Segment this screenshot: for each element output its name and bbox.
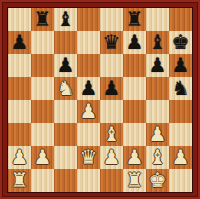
white-pawn-b2: ♟ — [34, 146, 52, 169]
square-g6[interactable]: ♟ — [146, 54, 169, 77]
square-c3[interactable] — [54, 123, 77, 146]
square-e8[interactable] — [100, 8, 123, 31]
square-c2[interactable] — [54, 146, 77, 169]
square-g8[interactable] — [146, 8, 169, 31]
square-a1[interactable]: ♜ — [8, 169, 31, 192]
white-pawn-d4: ♟ — [80, 100, 98, 123]
white-rook-f1: ♜ — [126, 169, 144, 192]
square-f1[interactable]: ♜ — [123, 169, 146, 192]
square-c5[interactable]: ♞ — [54, 77, 77, 100]
square-d4[interactable]: ♟ — [77, 100, 100, 123]
square-h4[interactable] — [169, 100, 192, 123]
square-a8[interactable] — [8, 8, 31, 31]
square-b8[interactable]: ♜ — [31, 8, 54, 31]
square-h2[interactable]: ♟ — [169, 146, 192, 169]
square-b6[interactable] — [31, 54, 54, 77]
square-g3[interactable]: ♟ — [146, 123, 169, 146]
white-pawn-f2: ♟ — [126, 146, 144, 169]
square-b5[interactable] — [31, 77, 54, 100]
square-g7[interactable]: ♝ — [146, 31, 169, 54]
square-a3[interactable] — [8, 123, 31, 146]
square-b2[interactable]: ♟ — [31, 146, 54, 169]
square-d7[interactable] — [77, 31, 100, 54]
square-e3[interactable]: ♝ — [100, 123, 123, 146]
white-pawn-h2: ♟ — [172, 146, 190, 169]
square-c7[interactable] — [54, 31, 77, 54]
black-king-h7: ♚ — [172, 31, 190, 54]
black-knight-h5: ♞ — [172, 77, 190, 100]
square-a2[interactable]: ♟ — [8, 146, 31, 169]
black-pawn-e5: ♟ — [103, 77, 121, 100]
square-e5[interactable]: ♟ — [100, 77, 123, 100]
square-e2[interactable]: ♟ — [100, 146, 123, 169]
square-h7[interactable]: ♚ — [169, 31, 192, 54]
square-h6[interactable]: ♟ — [169, 54, 192, 77]
square-f6[interactable] — [123, 54, 146, 77]
black-bishop-c8: ♝ — [57, 8, 75, 31]
square-c6[interactable]: ♟ — [54, 54, 77, 77]
square-f2[interactable]: ♟ — [123, 146, 146, 169]
square-e1[interactable] — [100, 169, 123, 192]
square-d1[interactable] — [77, 169, 100, 192]
square-a7[interactable]: ♟ — [8, 31, 31, 54]
chess-board: ♜♝♜♟♛♟♝♚♟♟♟♞♟♟♞♟♝♟♟♟♛♟♟♝♟♜♜♚ — [7, 7, 193, 193]
black-bishop-g7: ♝ — [149, 31, 167, 54]
black-pawn-f7: ♟ — [126, 31, 144, 54]
square-c4[interactable] — [54, 100, 77, 123]
black-rook-f8: ♜ — [126, 8, 144, 31]
black-pawn-h6: ♟ — [172, 54, 190, 77]
square-f7[interactable]: ♟ — [123, 31, 146, 54]
square-a5[interactable] — [8, 77, 31, 100]
square-h1[interactable] — [169, 169, 192, 192]
square-b7[interactable] — [31, 31, 54, 54]
black-rook-b8: ♜ — [34, 8, 52, 31]
white-pawn-g3: ♟ — [149, 123, 167, 146]
square-c1[interactable] — [54, 169, 77, 192]
square-b1[interactable] — [31, 169, 54, 192]
square-d6[interactable] — [77, 54, 100, 77]
square-g2[interactable]: ♝ — [146, 146, 169, 169]
square-h5[interactable]: ♞ — [169, 77, 192, 100]
black-queen-e7: ♛ — [103, 31, 121, 54]
white-rook-a1: ♜ — [11, 169, 29, 192]
square-d3[interactable] — [77, 123, 100, 146]
black-pawn-a7: ♟ — [11, 31, 29, 54]
square-b3[interactable] — [31, 123, 54, 146]
square-f8[interactable]: ♜ — [123, 8, 146, 31]
square-g4[interactable] — [146, 100, 169, 123]
square-g1[interactable]: ♚ — [146, 169, 169, 192]
black-pawn-g6: ♟ — [149, 54, 167, 77]
square-d2[interactable]: ♛ — [77, 146, 100, 169]
square-e6[interactable] — [100, 54, 123, 77]
square-d8[interactable] — [77, 8, 100, 31]
square-e7[interactable]: ♛ — [100, 31, 123, 54]
square-d5[interactable]: ♟ — [77, 77, 100, 100]
square-h3[interactable] — [169, 123, 192, 146]
square-f5[interactable] — [123, 77, 146, 100]
square-g5[interactable] — [146, 77, 169, 100]
square-c8[interactable]: ♝ — [54, 8, 77, 31]
black-pawn-c6: ♟ — [57, 54, 75, 77]
square-h8[interactable] — [169, 8, 192, 31]
white-pawn-e2: ♟ — [103, 146, 121, 169]
square-e4[interactable] — [100, 100, 123, 123]
white-pawn-a2: ♟ — [11, 146, 29, 169]
white-bishop-e3: ♝ — [103, 123, 121, 146]
square-a4[interactable] — [8, 100, 31, 123]
white-queen-d2: ♛ — [80, 146, 98, 169]
square-b4[interactable] — [31, 100, 54, 123]
white-king-g1: ♚ — [149, 169, 167, 192]
square-f4[interactable] — [123, 100, 146, 123]
board-frame: ♜♝♜♟♛♟♝♚♟♟♟♞♟♟♞♟♝♟♟♟♛♟♟♝♟♜♜♚ — [0, 0, 200, 199]
square-f3[interactable] — [123, 123, 146, 146]
black-pawn-d5: ♟ — [80, 77, 98, 100]
white-bishop-g2: ♝ — [149, 146, 167, 169]
white-knight-c5: ♞ — [57, 77, 75, 100]
square-a6[interactable] — [8, 54, 31, 77]
